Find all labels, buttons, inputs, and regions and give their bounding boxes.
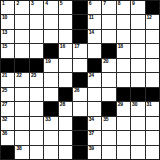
- cell-r2c4[interactable]: [44, 15, 57, 28]
- cell-r10c11[interactable]: [146, 131, 159, 144]
- cell-r7c6[interactable]: 26: [73, 88, 86, 101]
- cell-r8c7[interactable]: [88, 102, 101, 115]
- cell-r11c9[interactable]: [117, 146, 130, 159]
- cell-r1c1[interactable]: 1: [1, 1, 14, 14]
- cell-r7c2[interactable]: [15, 88, 28, 101]
- block-cell-r6c6: [73, 73, 86, 86]
- clue-number: 23: [31, 73, 36, 78]
- cell-r6c1[interactable]: 21: [1, 73, 14, 86]
- clue-number: 29: [118, 102, 123, 107]
- cell-r1c4[interactable]: 4: [44, 1, 57, 14]
- clue-number: 2: [16, 1, 19, 6]
- cell-r11c5[interactable]: [59, 146, 72, 159]
- clue-number: 11: [89, 15, 94, 20]
- clue-number: 30: [132, 102, 137, 107]
- cell-r5c6[interactable]: [73, 59, 86, 72]
- clue-number: 8: [118, 1, 121, 6]
- cell-r6c8[interactable]: [102, 73, 115, 86]
- cell-r8c9[interactable]: 29: [117, 102, 130, 115]
- cell-r6c11[interactable]: [146, 73, 159, 86]
- cell-r10c10[interactable]: [131, 131, 144, 144]
- cell-r2c9[interactable]: [117, 15, 130, 28]
- block-cell-r5c1: [1, 59, 14, 72]
- cell-r11c11[interactable]: [146, 146, 159, 159]
- cell-r7c3[interactable]: [30, 88, 43, 101]
- cell-r2c8[interactable]: [102, 15, 115, 28]
- clue-number: 20: [103, 59, 108, 64]
- block-cell-r1c6: [73, 1, 86, 14]
- cell-r3c1[interactable]: 13: [1, 30, 14, 43]
- cell-r1c10[interactable]: 9: [131, 1, 144, 14]
- clue-number: 3: [31, 1, 34, 6]
- cell-r6c2[interactable]: 22: [15, 73, 28, 86]
- clue-number: 31: [147, 102, 152, 107]
- cell-r5c9[interactable]: [117, 59, 130, 72]
- cell-r3c2[interactable]: [15, 30, 28, 43]
- cell-r9c7[interactable]: 34: [88, 117, 101, 130]
- cell-r9c2[interactable]: [15, 117, 28, 130]
- cell-r5c4[interactable]: 19: [44, 59, 57, 72]
- crossword-grid: 1234567891011121314151617181920212223242…: [0, 0, 160, 160]
- cell-r3c8[interactable]: [102, 30, 115, 43]
- block-cell-r5c7: [88, 59, 101, 72]
- cell-r10c2[interactable]: [15, 131, 28, 144]
- cell-r11c10[interactable]: [131, 146, 144, 159]
- cell-r11c8[interactable]: [102, 146, 115, 159]
- cell-r2c5[interactable]: [59, 15, 72, 28]
- cell-r6c4[interactable]: [44, 73, 57, 86]
- clue-number: 35: [103, 117, 108, 122]
- block-cell-r7c9: [117, 88, 130, 101]
- cell-r5c8[interactable]: 20: [102, 59, 115, 72]
- cell-r3c4[interactable]: [44, 30, 57, 43]
- cell-r8c2[interactable]: [15, 102, 28, 115]
- clue-number: 24: [89, 73, 94, 78]
- cell-r9c8[interactable]: 35: [102, 117, 115, 130]
- clue-number: 27: [2, 102, 7, 107]
- cell-r7c1[interactable]: 25: [1, 88, 14, 101]
- cell-r4c5[interactable]: 16: [59, 44, 72, 57]
- cell-r11c3[interactable]: [30, 146, 43, 159]
- cell-r11c4[interactable]: [44, 146, 57, 159]
- cell-r9c10[interactable]: [131, 117, 144, 130]
- cell-r9c11[interactable]: [146, 117, 159, 130]
- block-cell-r11c1: [1, 146, 14, 159]
- cell-r8c10[interactable]: 30: [131, 102, 144, 115]
- block-cell-r10c6: [73, 131, 86, 144]
- clue-number: 21: [2, 73, 7, 78]
- cell-r3c7[interactable]: 14: [88, 30, 101, 43]
- clue-number: 17: [74, 44, 79, 49]
- clue-number: 10: [2, 15, 7, 20]
- cell-r8c5[interactable]: 28: [59, 102, 72, 115]
- cell-r4c7[interactable]: [88, 44, 101, 57]
- cell-r3c5[interactable]: [59, 30, 72, 43]
- cell-r1c5[interactable]: 5: [59, 1, 72, 14]
- cell-r8c3[interactable]: [30, 102, 43, 115]
- clue-number: 14: [89, 30, 94, 35]
- block-cell-r2c6: [73, 15, 86, 28]
- cell-r6c10[interactable]: [131, 73, 144, 86]
- cell-r10c8[interactable]: [102, 131, 115, 144]
- cell-r9c4[interactable]: 33: [44, 117, 57, 130]
- cell-r2c11[interactable]: 12: [146, 15, 159, 28]
- clue-number: 6: [89, 1, 92, 6]
- cell-r7c7[interactable]: [88, 88, 101, 101]
- cell-r4c1[interactable]: 15: [1, 44, 14, 57]
- cell-r2c1[interactable]: 10: [1, 15, 14, 28]
- cell-r9c3[interactable]: [30, 117, 43, 130]
- block-cell-r8c4: [44, 102, 57, 115]
- clue-number: 9: [132, 1, 135, 6]
- clue-number: 38: [16, 146, 21, 151]
- block-cell-r7c5: [59, 88, 72, 101]
- clue-number: 7: [103, 1, 106, 6]
- block-cell-r11c6: [73, 146, 86, 159]
- cell-r3c9[interactable]: [117, 30, 130, 43]
- block-cell-r8c8: [102, 102, 115, 115]
- block-cell-r4c4: [44, 44, 57, 57]
- clue-number: 15: [2, 44, 7, 49]
- block-cell-r7c11: [146, 88, 159, 101]
- cell-r7c4[interactable]: [44, 88, 57, 101]
- cell-r1c2[interactable]: 2: [15, 1, 28, 14]
- block-cell-r5c3: [30, 59, 43, 72]
- clue-number: 4: [45, 1, 48, 6]
- cell-r9c9[interactable]: [117, 117, 130, 130]
- cell-r6c9[interactable]: [117, 73, 130, 86]
- cell-r3c10[interactable]: [131, 30, 144, 43]
- cell-r4c2[interactable]: [15, 44, 28, 57]
- block-cell-r3c6: [73, 30, 86, 43]
- block-cell-r7c10: [131, 88, 144, 101]
- cell-r6c7[interactable]: 24: [88, 73, 101, 86]
- clue-number: 32: [2, 117, 7, 122]
- cell-r9c5[interactable]: [59, 117, 72, 130]
- cell-r8c1[interactable]: 27: [1, 102, 14, 115]
- clue-number: 22: [16, 73, 21, 78]
- cell-r6c3[interactable]: 23: [30, 73, 43, 86]
- cell-r11c2[interactable]: 38: [15, 146, 28, 159]
- cell-r2c10[interactable]: [131, 15, 144, 28]
- cell-r10c5[interactable]: [59, 131, 72, 144]
- cell-r3c11[interactable]: [146, 30, 159, 43]
- cell-r6c5[interactable]: [59, 73, 72, 86]
- clue-number: 37: [89, 131, 94, 136]
- cell-r5c11[interactable]: [146, 59, 159, 72]
- clue-number: 39: [89, 146, 94, 151]
- cell-r4c3[interactable]: [30, 44, 43, 57]
- cell-r10c1[interactable]: 36: [1, 131, 14, 144]
- cell-r7c8[interactable]: [102, 88, 115, 101]
- cell-r8c11[interactable]: 31: [146, 102, 159, 115]
- clue-number: 19: [45, 59, 50, 64]
- cell-r4c11[interactable]: [146, 44, 159, 57]
- cell-r1c3[interactable]: 3: [30, 1, 43, 14]
- clue-number: 33: [45, 117, 50, 122]
- clue-number: 28: [60, 102, 65, 107]
- cell-r10c4[interactable]: [44, 131, 57, 144]
- block-cell-r4c8: [102, 44, 115, 57]
- cell-r10c9[interactable]: [117, 131, 130, 144]
- clue-number: 34: [89, 117, 94, 122]
- block-cell-r9c6: [73, 117, 86, 130]
- cell-r10c3[interactable]: [30, 131, 43, 144]
- cell-r5c10[interactable]: [131, 59, 144, 72]
- cell-r11c7[interactable]: 39: [88, 146, 101, 159]
- clue-number: 12: [147, 15, 152, 20]
- cell-r1c8[interactable]: 7: [102, 1, 115, 14]
- clue-number: 36: [2, 131, 7, 136]
- block-cell-r1c11: [146, 1, 159, 14]
- clue-number: 25: [2, 88, 7, 93]
- cell-r1c9[interactable]: 8: [117, 1, 130, 14]
- cell-r5c5[interactable]: [59, 59, 72, 72]
- cell-r2c3[interactable]: [30, 15, 43, 28]
- clue-number: 13: [2, 30, 7, 35]
- cell-r3c3[interactable]: [30, 30, 43, 43]
- cell-r8c6[interactable]: [73, 102, 86, 115]
- cell-r4c10[interactable]: [131, 44, 144, 57]
- cell-r4c6[interactable]: 17: [73, 44, 86, 57]
- clue-number: 5: [60, 1, 63, 6]
- cell-r2c2[interactable]: [15, 15, 28, 28]
- cell-r9c1[interactable]: 32: [1, 117, 14, 130]
- clue-number: 1: [2, 1, 5, 6]
- clue-number: 18: [118, 44, 123, 49]
- clue-number: 26: [74, 88, 79, 93]
- block-cell-r5c2: [15, 59, 28, 72]
- cell-r2c7[interactable]: 11: [88, 15, 101, 28]
- cell-r1c7[interactable]: 6: [88, 1, 101, 14]
- cell-r10c7[interactable]: 37: [88, 131, 101, 144]
- cell-r4c9[interactable]: 18: [117, 44, 130, 57]
- clue-number: 16: [60, 44, 65, 49]
